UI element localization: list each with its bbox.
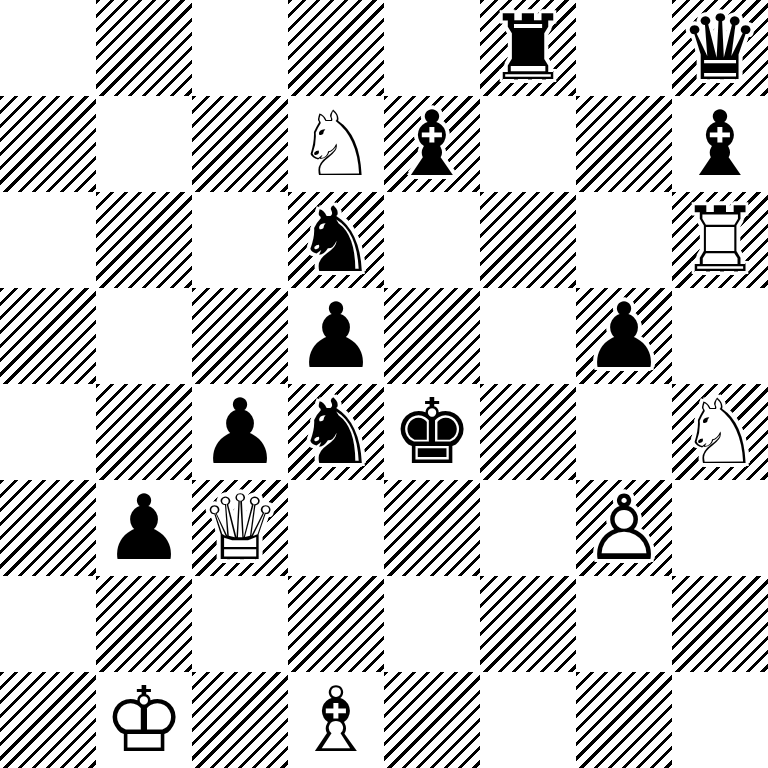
black-pawn-halo: ♟ bbox=[96, 480, 192, 576]
square-h7[interactable]: ♝♝ bbox=[672, 96, 768, 192]
square-e1[interactable] bbox=[384, 672, 480, 768]
square-f3[interactable] bbox=[480, 480, 576, 576]
square-a8[interactable] bbox=[0, 0, 96, 96]
white-knight-icon: ♘ bbox=[672, 384, 768, 480]
square-c2[interactable] bbox=[192, 576, 288, 672]
white-pawn-halo: ♟ bbox=[576, 480, 672, 576]
black-king-halo: ♚ bbox=[384, 384, 480, 480]
black-knight-icon: ♞ bbox=[288, 192, 384, 288]
black-rook-icon: ♜ bbox=[480, 0, 576, 96]
square-a2[interactable] bbox=[0, 576, 96, 672]
black-bishop-icon: ♝ bbox=[672, 96, 768, 192]
black-pawn-icon: ♟ bbox=[576, 288, 672, 384]
square-h5[interactable] bbox=[672, 288, 768, 384]
square-c7[interactable] bbox=[192, 96, 288, 192]
white-rook-halo: ♜ bbox=[672, 192, 768, 288]
square-c8[interactable] bbox=[192, 0, 288, 96]
square-e4[interactable]: ♚♚ bbox=[384, 384, 480, 480]
black-king-icon: ♚ bbox=[384, 384, 480, 480]
square-h4[interactable]: ♞♘ bbox=[672, 384, 768, 480]
square-e5[interactable] bbox=[384, 288, 480, 384]
black-bishop-halo: ♝ bbox=[384, 96, 480, 192]
square-c6[interactable] bbox=[192, 192, 288, 288]
black-knight-halo: ♞ bbox=[288, 384, 384, 480]
black-pawn-icon: ♟ bbox=[96, 480, 192, 576]
square-b6[interactable] bbox=[96, 192, 192, 288]
square-g3[interactable]: ♟♙ bbox=[576, 480, 672, 576]
white-bishop-halo: ♝ bbox=[288, 672, 384, 768]
square-c3[interactable]: ♛♕ bbox=[192, 480, 288, 576]
square-g8[interactable] bbox=[576, 0, 672, 96]
square-a7[interactable] bbox=[0, 96, 96, 192]
chess-diagram: ♜♜♛♛♞♘♝♝♝♝♞♞♜♖♟♟♟♟♟♟♞♞♚♚♞♘♟♟♛♕♟♙♚♔♝♗ bbox=[0, 0, 768, 768]
square-h1[interactable] bbox=[672, 672, 768, 768]
square-h3[interactable] bbox=[672, 480, 768, 576]
square-a5[interactable] bbox=[0, 288, 96, 384]
white-knight-icon: ♘ bbox=[288, 96, 384, 192]
square-d2[interactable] bbox=[288, 576, 384, 672]
square-d6[interactable]: ♞♞ bbox=[288, 192, 384, 288]
square-g5[interactable]: ♟♟ bbox=[576, 288, 672, 384]
black-knight-halo: ♞ bbox=[288, 192, 384, 288]
square-g6[interactable] bbox=[576, 192, 672, 288]
black-bishop-halo: ♝ bbox=[672, 96, 768, 192]
black-pawn-icon: ♟ bbox=[192, 384, 288, 480]
black-knight-icon: ♞ bbox=[288, 384, 384, 480]
black-pawn-halo: ♟ bbox=[576, 288, 672, 384]
square-d4[interactable]: ♞♞ bbox=[288, 384, 384, 480]
black-rook-halo: ♜ bbox=[480, 0, 576, 96]
square-e8[interactable] bbox=[384, 0, 480, 96]
square-d7[interactable]: ♞♘ bbox=[288, 96, 384, 192]
square-g2[interactable] bbox=[576, 576, 672, 672]
square-f4[interactable] bbox=[480, 384, 576, 480]
chess-board: ♜♜♛♛♞♘♝♝♝♝♞♞♜♖♟♟♟♟♟♟♞♞♚♚♞♘♟♟♛♕♟♙♚♔♝♗ bbox=[0, 0, 768, 768]
white-king-icon: ♔ bbox=[96, 672, 192, 768]
square-h6[interactable]: ♜♖ bbox=[672, 192, 768, 288]
square-f6[interactable] bbox=[480, 192, 576, 288]
square-h8[interactable]: ♛♛ bbox=[672, 0, 768, 96]
square-d8[interactable] bbox=[288, 0, 384, 96]
white-king-halo: ♚ bbox=[96, 672, 192, 768]
white-rook-icon: ♖ bbox=[672, 192, 768, 288]
black-pawn-icon: ♟ bbox=[288, 288, 384, 384]
square-a1[interactable] bbox=[0, 672, 96, 768]
square-b8[interactable] bbox=[96, 0, 192, 96]
square-a3[interactable] bbox=[0, 480, 96, 576]
black-pawn-halo: ♟ bbox=[288, 288, 384, 384]
square-e6[interactable] bbox=[384, 192, 480, 288]
square-f2[interactable] bbox=[480, 576, 576, 672]
white-queen-icon: ♕ bbox=[192, 480, 288, 576]
square-h2[interactable] bbox=[672, 576, 768, 672]
black-queen-icon: ♛ bbox=[672, 0, 768, 96]
black-queen-halo: ♛ bbox=[672, 0, 768, 96]
square-c1[interactable] bbox=[192, 672, 288, 768]
square-c5[interactable] bbox=[192, 288, 288, 384]
square-d1[interactable]: ♝♗ bbox=[288, 672, 384, 768]
square-b4[interactable] bbox=[96, 384, 192, 480]
square-f5[interactable] bbox=[480, 288, 576, 384]
black-pawn-halo: ♟ bbox=[192, 384, 288, 480]
square-b1[interactable]: ♚♔ bbox=[96, 672, 192, 768]
black-bishop-icon: ♝ bbox=[384, 96, 480, 192]
square-e2[interactable] bbox=[384, 576, 480, 672]
square-c4[interactable]: ♟♟ bbox=[192, 384, 288, 480]
square-b7[interactable] bbox=[96, 96, 192, 192]
white-queen-halo: ♛ bbox=[192, 480, 288, 576]
square-b3[interactable]: ♟♟ bbox=[96, 480, 192, 576]
square-g4[interactable] bbox=[576, 384, 672, 480]
square-g7[interactable] bbox=[576, 96, 672, 192]
square-e7[interactable]: ♝♝ bbox=[384, 96, 480, 192]
square-d5[interactable]: ♟♟ bbox=[288, 288, 384, 384]
square-d3[interactable] bbox=[288, 480, 384, 576]
square-a4[interactable] bbox=[0, 384, 96, 480]
square-e3[interactable] bbox=[384, 480, 480, 576]
square-f1[interactable] bbox=[480, 672, 576, 768]
square-a6[interactable] bbox=[0, 192, 96, 288]
white-knight-halo: ♞ bbox=[288, 96, 384, 192]
white-knight-halo: ♞ bbox=[672, 384, 768, 480]
white-bishop-icon: ♗ bbox=[288, 672, 384, 768]
square-f8[interactable]: ♜♜ bbox=[480, 0, 576, 96]
square-b5[interactable] bbox=[96, 288, 192, 384]
white-pawn-icon: ♙ bbox=[576, 480, 672, 576]
square-g1[interactable] bbox=[576, 672, 672, 768]
square-b2[interactable] bbox=[96, 576, 192, 672]
square-f7[interactable] bbox=[480, 96, 576, 192]
